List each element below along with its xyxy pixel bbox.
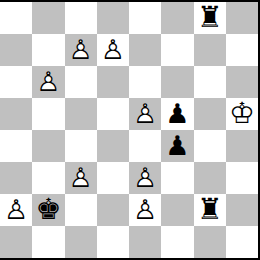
square-g6[interactable] [194, 66, 226, 98]
square-a7[interactable] [0, 34, 32, 66]
square-c7[interactable]: ♟♙ [65, 34, 97, 66]
square-c3[interactable]: ♟♙ [65, 162, 97, 194]
square-d2[interactable] [97, 194, 129, 226]
square-e8[interactable] [129, 2, 161, 34]
chess-board: ♜♟♙♟♙♟♙♟♙♟♚♔♟♟♙♟♙♟♙♚♟♙♜ [0, 0, 260, 260]
square-g3[interactable] [194, 162, 226, 194]
square-e3[interactable]: ♟♙ [129, 162, 161, 194]
piece-black-king: ♚ [35, 195, 61, 224]
square-b6[interactable]: ♟♙ [32, 66, 64, 98]
square-h7[interactable] [226, 34, 258, 66]
square-e4[interactable] [129, 130, 161, 162]
square-h6[interactable] [226, 66, 258, 98]
square-a2[interactable]: ♟♙ [0, 194, 32, 226]
square-d8[interactable] [97, 2, 129, 34]
square-h8[interactable] [226, 2, 258, 34]
piece-white-pawn: ♙ [4, 196, 28, 223]
square-c5[interactable] [65, 98, 97, 130]
square-b1[interactable] [32, 226, 64, 258]
square-b2[interactable]: ♚ [32, 194, 64, 226]
square-a3[interactable] [0, 162, 32, 194]
square-e6[interactable] [129, 66, 161, 98]
piece-white-pawn: ♙ [133, 196, 157, 223]
square-f6[interactable] [161, 66, 193, 98]
square-h3[interactable] [226, 162, 258, 194]
square-f8[interactable] [161, 2, 193, 34]
square-g2[interactable]: ♜ [194, 194, 226, 226]
square-c2[interactable] [65, 194, 97, 226]
square-c1[interactable] [65, 226, 97, 258]
square-d5[interactable] [97, 98, 129, 130]
square-e5[interactable]: ♟♙ [129, 98, 161, 130]
piece-black-rook: ♜ [197, 195, 223, 224]
piece-white-pawn: ♙ [69, 36, 93, 63]
square-b4[interactable] [32, 130, 64, 162]
square-d6[interactable] [97, 66, 129, 98]
square-g1[interactable] [194, 226, 226, 258]
square-d1[interactable] [97, 226, 129, 258]
square-g7[interactable] [194, 34, 226, 66]
square-f7[interactable] [161, 34, 193, 66]
square-a1[interactable] [0, 226, 32, 258]
piece-white-pawn: ♙ [101, 36, 125, 63]
square-h1[interactable] [226, 226, 258, 258]
square-e7[interactable] [129, 34, 161, 66]
piece-white-king: ♔ [229, 99, 255, 128]
square-g4[interactable] [194, 130, 226, 162]
piece-black-pawn: ♟ [165, 132, 189, 159]
piece-white-pawn: ♙ [133, 100, 157, 127]
square-a5[interactable] [0, 98, 32, 130]
square-e1[interactable] [129, 226, 161, 258]
square-a8[interactable] [0, 2, 32, 34]
square-f3[interactable] [161, 162, 193, 194]
square-c4[interactable] [65, 130, 97, 162]
square-e2[interactable]: ♟♙ [129, 194, 161, 226]
square-d4[interactable] [97, 130, 129, 162]
square-a4[interactable] [0, 130, 32, 162]
square-c8[interactable] [65, 2, 97, 34]
square-d3[interactable] [97, 162, 129, 194]
square-d7[interactable]: ♟♙ [97, 34, 129, 66]
square-b3[interactable] [32, 162, 64, 194]
square-b5[interactable] [32, 98, 64, 130]
piece-white-pawn: ♙ [133, 164, 157, 191]
piece-black-rook: ♜ [197, 3, 223, 32]
square-g5[interactable] [194, 98, 226, 130]
square-b8[interactable] [32, 2, 64, 34]
square-h2[interactable] [226, 194, 258, 226]
square-h4[interactable] [226, 130, 258, 162]
square-c6[interactable] [65, 66, 97, 98]
square-f4[interactable]: ♟ [161, 130, 193, 162]
square-f2[interactable] [161, 194, 193, 226]
piece-white-pawn: ♙ [36, 68, 60, 95]
piece-black-pawn: ♟ [165, 100, 189, 127]
square-f5[interactable]: ♟ [161, 98, 193, 130]
square-h5[interactable]: ♚♔ [226, 98, 258, 130]
square-b7[interactable] [32, 34, 64, 66]
square-g8[interactable]: ♜ [194, 2, 226, 34]
piece-white-pawn: ♙ [69, 164, 93, 191]
square-a6[interactable] [0, 66, 32, 98]
square-f1[interactable] [161, 226, 193, 258]
